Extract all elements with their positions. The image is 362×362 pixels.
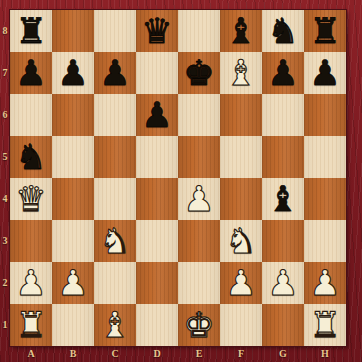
- square-a6[interactable]: [10, 94, 52, 136]
- square-b5[interactable]: [52, 136, 94, 178]
- square-c1[interactable]: ♝: [94, 304, 136, 346]
- square-f4[interactable]: [220, 178, 262, 220]
- piece-black-pawn: ♟: [57, 56, 88, 91]
- piece-black-rook: ♜: [15, 14, 46, 49]
- rank-label-6: 6: [0, 94, 10, 136]
- square-g8[interactable]: ♞: [262, 10, 304, 52]
- square-e2[interactable]: [178, 262, 220, 304]
- square-g1[interactable]: [262, 304, 304, 346]
- square-e4[interactable]: ♟: [178, 178, 220, 220]
- piece-black-pawn: ♟: [267, 56, 298, 91]
- square-g7[interactable]: ♟: [262, 52, 304, 94]
- square-d5[interactable]: [136, 136, 178, 178]
- square-c7[interactable]: ♟: [94, 52, 136, 94]
- square-d3[interactable]: [136, 220, 178, 262]
- file-label-f: F: [220, 346, 262, 362]
- file-label-c: C: [94, 346, 136, 362]
- file-label-g: G: [262, 346, 304, 362]
- square-a3[interactable]: [10, 220, 52, 262]
- square-c2[interactable]: [94, 262, 136, 304]
- square-h7[interactable]: ♟: [304, 52, 346, 94]
- square-h1[interactable]: ♜: [304, 304, 346, 346]
- piece-black-bishop: ♝: [267, 182, 298, 217]
- square-b7[interactable]: ♟: [52, 52, 94, 94]
- piece-black-pawn: ♟: [15, 56, 46, 91]
- rank-label-2: 2: [0, 262, 10, 304]
- square-b8[interactable]: [52, 10, 94, 52]
- rank-labels: 87654321: [0, 10, 10, 346]
- piece-black-rook: ♜: [309, 14, 340, 49]
- square-g4[interactable]: ♝: [262, 178, 304, 220]
- rank-label-1: 1: [0, 304, 10, 346]
- piece-white-pawn: ♟: [183, 182, 214, 217]
- piece-black-knight: ♞: [267, 14, 298, 49]
- rank-label-3: 3: [0, 220, 10, 262]
- file-label-h: H: [304, 346, 346, 362]
- chess-board: ♜♛♝♞♜♟♟♟♚♝♟♟♟♞♛♟♝♞♞♟♟♟♟♟♜♝♚♜: [10, 10, 346, 346]
- rank-label-8: 8: [0, 10, 10, 52]
- piece-black-pawn: ♟: [99, 56, 130, 91]
- file-label-b: B: [52, 346, 94, 362]
- square-b6[interactable]: [52, 94, 94, 136]
- square-b1[interactable]: [52, 304, 94, 346]
- piece-white-bishop: ♝: [99, 308, 130, 343]
- square-f7[interactable]: ♝: [220, 52, 262, 94]
- piece-white-bishop: ♝: [225, 56, 256, 91]
- piece-white-pawn: ♟: [309, 266, 340, 301]
- piece-white-rook: ♜: [15, 308, 46, 343]
- square-f3[interactable]: ♞: [220, 220, 262, 262]
- square-c6[interactable]: [94, 94, 136, 136]
- piece-black-king: ♚: [183, 56, 214, 91]
- square-d2[interactable]: [136, 262, 178, 304]
- square-b3[interactable]: [52, 220, 94, 262]
- square-f8[interactable]: ♝: [220, 10, 262, 52]
- piece-black-pawn: ♟: [141, 98, 172, 133]
- piece-white-king: ♚: [183, 308, 214, 343]
- square-h4[interactable]: [304, 178, 346, 220]
- piece-white-rook: ♜: [309, 308, 340, 343]
- square-f6[interactable]: [220, 94, 262, 136]
- file-label-d: D: [136, 346, 178, 362]
- square-a5[interactable]: ♞: [10, 136, 52, 178]
- square-d4[interactable]: [136, 178, 178, 220]
- piece-white-pawn: ♟: [15, 266, 46, 301]
- piece-black-pawn: ♟: [309, 56, 340, 91]
- square-b4[interactable]: [52, 178, 94, 220]
- square-g6[interactable]: [262, 94, 304, 136]
- square-a4[interactable]: ♛: [10, 178, 52, 220]
- file-label-a: A: [10, 346, 52, 362]
- square-h5[interactable]: [304, 136, 346, 178]
- piece-white-queen: ♛: [15, 182, 46, 217]
- square-e5[interactable]: [178, 136, 220, 178]
- square-e8[interactable]: [178, 10, 220, 52]
- rank-label-4: 4: [0, 178, 10, 220]
- square-f1[interactable]: [220, 304, 262, 346]
- piece-white-knight: ♞: [99, 224, 130, 259]
- square-h6[interactable]: [304, 94, 346, 136]
- square-c4[interactable]: [94, 178, 136, 220]
- piece-black-knight: ♞: [15, 140, 46, 175]
- piece-white-pawn: ♟: [267, 266, 298, 301]
- rank-label-5: 5: [0, 136, 10, 178]
- square-h2[interactable]: ♟: [304, 262, 346, 304]
- chess-board-frame: 87654321 ♜♛♝♞♜♟♟♟♚♝♟♟♟♞♛♟♝♞♞♟♟♟♟♟♜♝♚♜ AB…: [0, 0, 362, 362]
- square-d7[interactable]: [136, 52, 178, 94]
- square-h3[interactable]: [304, 220, 346, 262]
- square-g2[interactable]: ♟: [262, 262, 304, 304]
- square-e6[interactable]: [178, 94, 220, 136]
- square-a7[interactable]: ♟: [10, 52, 52, 94]
- piece-white-knight: ♞: [225, 224, 256, 259]
- square-f2[interactable]: ♟: [220, 262, 262, 304]
- square-a1[interactable]: ♜: [10, 304, 52, 346]
- piece-black-queen: ♛: [141, 14, 172, 49]
- square-d8[interactable]: ♛: [136, 10, 178, 52]
- square-f5[interactable]: [220, 136, 262, 178]
- square-h8[interactable]: ♜: [304, 10, 346, 52]
- square-d1[interactable]: [136, 304, 178, 346]
- file-labels: ABCDEFGH: [10, 346, 346, 362]
- square-c3[interactable]: ♞: [94, 220, 136, 262]
- square-c5[interactable]: [94, 136, 136, 178]
- square-g3[interactable]: [262, 220, 304, 262]
- piece-white-pawn: ♟: [57, 266, 88, 301]
- file-label-e: E: [178, 346, 220, 362]
- rank-label-7: 7: [0, 52, 10, 94]
- square-g5[interactable]: [262, 136, 304, 178]
- square-e1[interactable]: ♚: [178, 304, 220, 346]
- piece-black-bishop: ♝: [225, 14, 256, 49]
- square-d6[interactable]: ♟: [136, 94, 178, 136]
- square-e3[interactable]: [178, 220, 220, 262]
- square-a2[interactable]: ♟: [10, 262, 52, 304]
- square-b2[interactable]: ♟: [52, 262, 94, 304]
- square-c8[interactable]: [94, 10, 136, 52]
- square-e7[interactable]: ♚: [178, 52, 220, 94]
- piece-white-pawn: ♟: [225, 266, 256, 301]
- square-a8[interactable]: ♜: [10, 10, 52, 52]
